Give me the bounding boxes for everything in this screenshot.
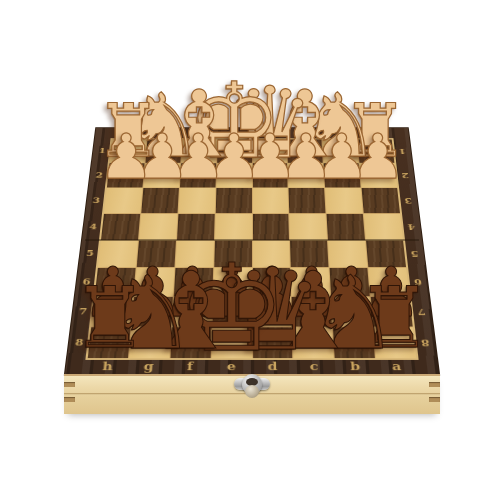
file-label-c: c [293,358,335,374]
square-d1 [252,139,287,162]
square-b6 [330,268,370,296]
latch-knob [245,385,259,398]
file-label-f: f [169,358,211,374]
square-d6 [253,268,291,296]
square-h2 [107,163,144,187]
square-a8 [374,327,417,358]
square-e2 [216,163,251,187]
square-f1 [181,139,216,162]
rank-label-left-2: 2 [89,163,110,188]
square-f8 [170,327,211,358]
square-e8 [211,327,251,358]
rank-label-right-8: 8 [413,327,437,358]
square-c7 [292,297,332,326]
square-d2 [252,163,287,187]
square-c3 [289,188,326,213]
square-e3 [215,188,251,213]
rank-label-left-8: 8 [67,327,91,358]
metal-clasp-latch-icon [234,372,270,402]
square-g5 [137,240,176,267]
rank-label-right-7: 7 [409,297,433,327]
square-f6 [174,268,213,296]
square-b1 [323,139,359,162]
square-d3 [252,188,288,213]
square-h5 [98,240,138,267]
square-h3 [104,188,142,213]
square-g3 [141,188,179,213]
file-label-b: b [334,358,376,374]
rank-label-left-5: 5 [79,240,101,268]
square-g8 [129,327,171,358]
rank-label-right-4: 4 [400,213,422,240]
file-label-h: h [86,358,129,374]
finger-joint-icon [64,382,75,387]
square-h1 [110,139,147,162]
finger-joint-icon [429,397,440,402]
finger-joint-icon [64,397,75,402]
square-d7 [253,297,292,326]
rank-label-left-3: 3 [85,188,106,214]
rank-label-right-2: 2 [394,163,415,188]
box-front-panel [64,374,440,414]
square-b8 [333,327,375,358]
square-f5 [175,240,213,267]
square-b3 [325,188,363,213]
rank-label-right-6: 6 [406,268,429,297]
square-a6 [369,268,410,296]
square-a5 [366,240,406,267]
square-g2 [143,163,180,187]
rank-label-left-6: 6 [75,268,98,297]
rank-label-left-1: 1 [92,139,113,163]
square-c5 [290,240,328,267]
chess-board: hgfedcba 12345678 12345678 [65,128,439,375]
square-c4 [290,214,328,240]
square-h4 [101,214,140,240]
square-e7 [212,297,251,326]
square-g7 [132,297,173,326]
square-d8 [253,327,293,358]
rank-label-left-4: 4 [82,213,104,240]
square-e6 [213,268,251,296]
square-g1 [145,139,181,162]
square-b2 [324,163,361,187]
square-f2 [180,163,216,187]
product-photo-chess-set: hgfedcba 12345678 12345678 ♜♞♝♛♚♝♞♜♟♟♟♟♟… [0,0,500,500]
square-g6 [134,268,174,296]
square-c2 [288,163,324,187]
square-a3 [362,188,400,213]
square-a4 [364,214,403,240]
square-h7 [91,297,133,326]
square-c6 [291,268,330,296]
square-e1 [217,139,252,162]
square-c8 [293,327,334,358]
square-d4 [252,214,289,240]
square-h8 [88,327,131,358]
file-label-g: g [127,358,169,374]
square-g4 [139,214,177,240]
rank-label-right-1: 1 [392,139,413,163]
square-h6 [95,268,136,296]
rank-label-right-3: 3 [397,188,418,214]
finger-joint-icon [429,382,440,387]
square-a2 [360,163,397,187]
rank-label-right-5: 5 [403,240,425,268]
square-b4 [327,214,365,240]
square-a7 [371,297,413,326]
board-squares [88,139,417,358]
rank-label-left-7: 7 [71,297,95,327]
file-label-a: a [375,358,418,374]
square-f3 [178,188,215,213]
folding-hinge-seam [85,239,419,240]
square-f4 [177,214,215,240]
square-f7 [172,297,212,326]
square-e4 [215,214,252,240]
square-d5 [253,240,291,267]
square-e5 [214,240,252,267]
square-b5 [328,240,367,267]
square-c1 [288,139,323,162]
square-b7 [331,297,372,326]
square-a1 [358,139,395,162]
